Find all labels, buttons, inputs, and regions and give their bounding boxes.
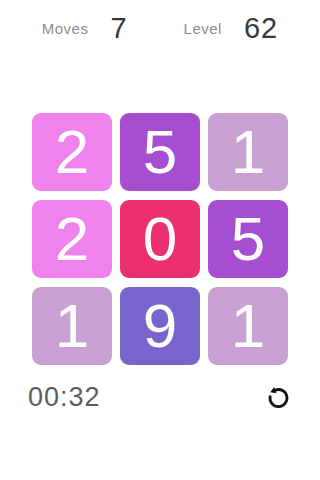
level-stat: Level 62 [184, 12, 279, 45]
level-value: 62 [244, 12, 278, 45]
tile-r1c1[interactable]: 2 [32, 113, 112, 191]
tile-r1c3[interactable]: 1 [208, 113, 288, 191]
tile-r2c2[interactable]: 0 [120, 200, 200, 278]
header: Moves 7 Level 62 [0, 12, 320, 45]
tile-r3c1[interactable]: 1 [32, 287, 112, 365]
moves-value: 7 [110, 12, 127, 45]
board: 251205191 [32, 113, 288, 365]
tile-r2c1[interactable]: 2 [32, 200, 112, 278]
moves-stat: Moves 7 [42, 12, 128, 45]
timer: 00:32 [28, 382, 101, 413]
tile-r3c3[interactable]: 1 [208, 287, 288, 365]
moves-label: Moves [42, 20, 89, 37]
app-screen: Moves 7 Level 62 251205191 00:32 [0, 0, 320, 480]
tile-r2c3[interactable]: 5 [208, 200, 288, 278]
level-label: Level [184, 20, 222, 37]
restart-button[interactable] [264, 383, 292, 411]
restart-icon [265, 384, 292, 411]
footer: 00:32 [28, 380, 292, 414]
tile-r1c2[interactable]: 5 [120, 113, 200, 191]
tile-r3c2[interactable]: 9 [120, 287, 200, 365]
